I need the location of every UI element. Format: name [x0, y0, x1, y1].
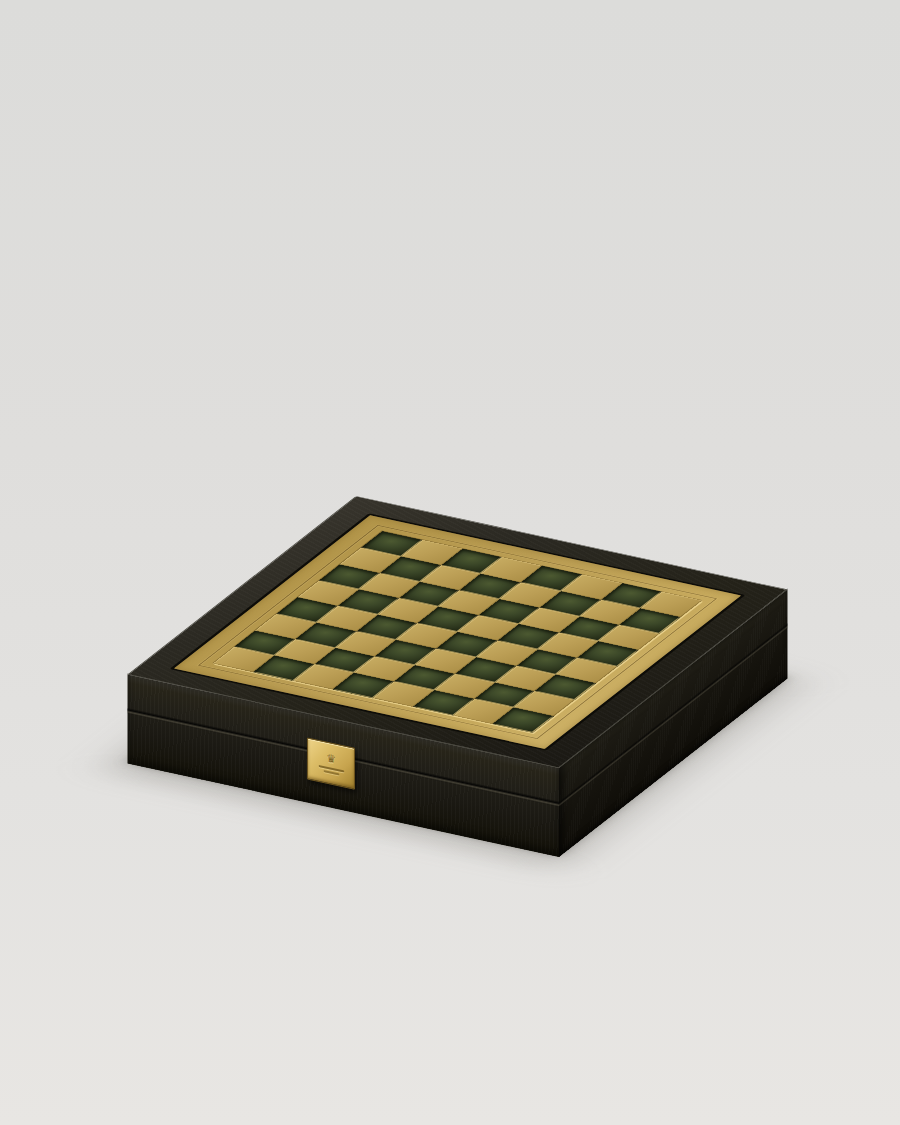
chess-board-grid — [213, 531, 702, 733]
product-photo-stage: ♛ — [0, 0, 900, 1125]
crown-icon: ♛ — [326, 753, 336, 766]
clasp-plate: ♛ — [307, 737, 355, 789]
